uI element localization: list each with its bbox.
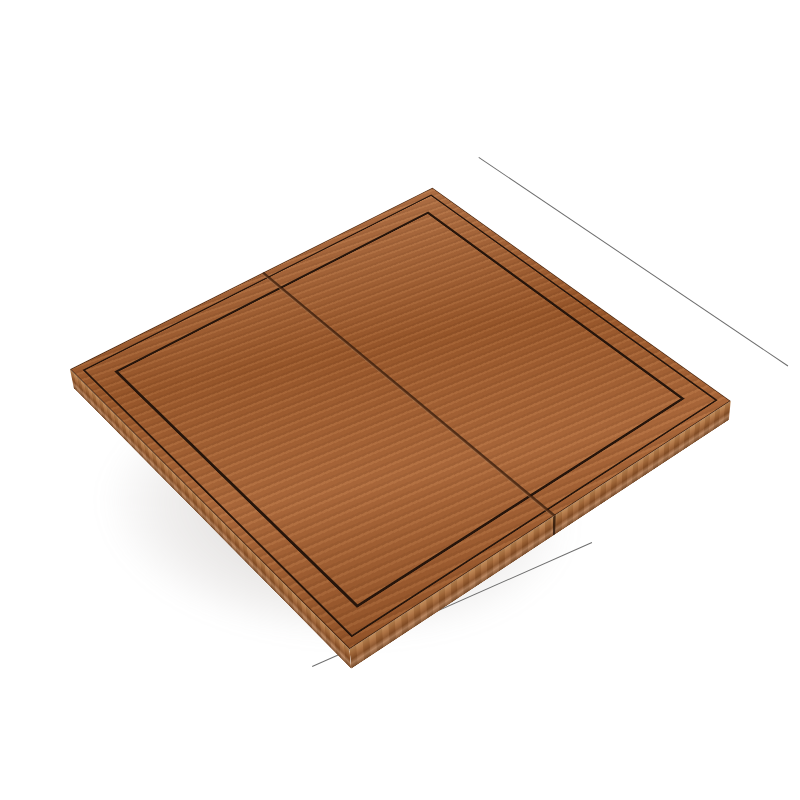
hinge-seam	[261, 272, 556, 517]
product-photo-scene	[0, 0, 800, 800]
